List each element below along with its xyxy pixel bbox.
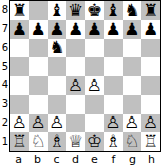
- square-c4[interactable]: [48, 76, 67, 95]
- square-g6[interactable]: [123, 39, 142, 58]
- piece-wp: ♙: [87, 77, 102, 94]
- piece-bp: ♟: [68, 21, 83, 38]
- square-f5[interactable]: [104, 57, 123, 76]
- square-f6[interactable]: [104, 39, 123, 58]
- square-f1[interactable]: ♗: [104, 132, 123, 151]
- file-label-a: a: [9, 151, 28, 167]
- piece-bb: ♝: [106, 2, 121, 19]
- file-label-e: e: [85, 151, 104, 167]
- square-h1[interactable]: ♖: [141, 132, 160, 151]
- square-a3[interactable]: [10, 95, 29, 114]
- square-h3[interactable]: [141, 95, 160, 114]
- rank-labels: 87654321: [0, 1, 9, 151]
- square-a1[interactable]: ♖: [10, 132, 29, 151]
- piece-wp: ♙: [106, 114, 121, 131]
- piece-bk: ♚: [87, 2, 102, 19]
- rank-label-2: 2: [0, 114, 9, 133]
- square-a2[interactable]: ♙: [10, 114, 29, 133]
- square-g3[interactable]: [123, 95, 142, 114]
- file-labels: abcdefgh: [9, 151, 161, 167]
- piece-bn: ♞: [49, 39, 64, 56]
- square-f8[interactable]: ♝: [104, 1, 123, 20]
- square-g7[interactable]: ♟: [123, 20, 142, 39]
- square-a6[interactable]: [10, 39, 29, 58]
- square-b5[interactable]: [29, 57, 48, 76]
- piece-bp: ♟: [31, 21, 46, 38]
- square-b3[interactable]: [29, 95, 48, 114]
- square-g4[interactable]: [123, 76, 142, 95]
- piece-wn: ♘: [124, 133, 139, 150]
- rank-label-5: 5: [0, 57, 9, 76]
- square-h6[interactable]: [141, 39, 160, 58]
- square-c3[interactable]: [48, 95, 67, 114]
- chess-diagram: 87654321 ♜♝♛♚♝♞♜♟♟♟♟♟♟♟♟♞♙♙♙♙♙♙♙♙♖♘♗♕♔♗♘…: [0, 0, 162, 167]
- square-b1[interactable]: ♘: [29, 132, 48, 151]
- square-d4[interactable]: ♙: [66, 76, 85, 95]
- piece-bp: ♟: [49, 21, 64, 38]
- square-d3[interactable]: [66, 95, 85, 114]
- square-e8[interactable]: ♚: [85, 1, 104, 20]
- square-a8[interactable]: ♜: [10, 1, 29, 20]
- square-c7[interactable]: ♟: [48, 20, 67, 39]
- square-g1[interactable]: ♘: [123, 132, 142, 151]
- square-d7[interactable]: ♟: [66, 20, 85, 39]
- piece-wp: ♙: [124, 114, 139, 131]
- piece-wr: ♖: [12, 133, 27, 150]
- square-b7[interactable]: ♟: [29, 20, 48, 39]
- piece-wq: ♕: [68, 133, 83, 150]
- square-h7[interactable]: ♟: [141, 20, 160, 39]
- square-c5[interactable]: [48, 57, 67, 76]
- square-a7[interactable]: ♟: [10, 20, 29, 39]
- square-a4[interactable]: [10, 76, 29, 95]
- square-e6[interactable]: [85, 39, 104, 58]
- rank-label-3: 3: [0, 95, 9, 114]
- square-f7[interactable]: ♟: [104, 20, 123, 39]
- square-e1[interactable]: ♔: [85, 132, 104, 151]
- piece-bp: ♟: [124, 21, 139, 38]
- square-a5[interactable]: [10, 57, 29, 76]
- square-e7[interactable]: ♟: [85, 20, 104, 39]
- rank-label-6: 6: [0, 39, 9, 58]
- square-b2[interactable]: ♙: [29, 114, 48, 133]
- square-g2[interactable]: ♙: [123, 114, 142, 133]
- square-b6[interactable]: [29, 39, 48, 58]
- square-d2[interactable]: [66, 114, 85, 133]
- square-h5[interactable]: [141, 57, 160, 76]
- square-d8[interactable]: ♛: [66, 1, 85, 20]
- file-label-g: g: [123, 151, 142, 167]
- rank-label-1: 1: [0, 132, 9, 151]
- rank-label-7: 7: [0, 20, 9, 39]
- square-e5[interactable]: [85, 57, 104, 76]
- square-g8[interactable]: ♞: [123, 1, 142, 20]
- square-f3[interactable]: [104, 95, 123, 114]
- piece-wp: ♙: [68, 77, 83, 94]
- square-c2[interactable]: ♙: [48, 114, 67, 133]
- file-label-h: h: [142, 151, 161, 167]
- square-b8[interactable]: [29, 1, 48, 20]
- square-f4[interactable]: [104, 76, 123, 95]
- square-e4[interactable]: ♙: [85, 76, 104, 95]
- square-c6[interactable]: ♞: [48, 39, 67, 58]
- piece-bp: ♟: [143, 21, 158, 38]
- piece-bp: ♟: [87, 21, 102, 38]
- file-label-b: b: [28, 151, 47, 167]
- square-e2[interactable]: [85, 114, 104, 133]
- piece-bq: ♛: [68, 2, 83, 19]
- square-b4[interactable]: [29, 76, 48, 95]
- file-label-d: d: [66, 151, 85, 167]
- piece-wb: ♗: [49, 133, 64, 150]
- square-c8[interactable]: ♝: [48, 1, 67, 20]
- piece-wp: ♙: [12, 114, 27, 131]
- square-d6[interactable]: [66, 39, 85, 58]
- piece-wp: ♙: [49, 114, 64, 131]
- piece-bp: ♟: [106, 21, 121, 38]
- square-d1[interactable]: ♕: [66, 132, 85, 151]
- chess-board: ♜♝♛♚♝♞♜♟♟♟♟♟♟♟♟♞♙♙♙♙♙♙♙♙♖♘♗♕♔♗♘♖: [9, 0, 161, 152]
- piece-br: ♜: [12, 2, 27, 19]
- piece-bp: ♟: [12, 21, 27, 38]
- file-label-f: f: [104, 151, 123, 167]
- square-h4[interactable]: [141, 76, 160, 95]
- piece-wb: ♗: [106, 133, 121, 150]
- square-c1[interactable]: ♗: [48, 132, 67, 151]
- piece-wn: ♘: [31, 133, 46, 150]
- piece-br: ♜: [143, 2, 158, 19]
- piece-bb: ♝: [49, 2, 64, 19]
- rank-label-4: 4: [0, 76, 9, 95]
- square-h2[interactable]: ♙: [141, 114, 160, 133]
- piece-wp: ♙: [31, 114, 46, 131]
- piece-bn: ♞: [124, 2, 139, 19]
- rank-label-8: 8: [0, 1, 9, 20]
- square-h8[interactable]: ♜: [141, 1, 160, 20]
- piece-wk: ♔: [87, 133, 102, 150]
- square-f2[interactable]: ♙: [104, 114, 123, 133]
- square-g5[interactable]: [123, 57, 142, 76]
- file-label-c: c: [47, 151, 66, 167]
- square-e3[interactable]: [85, 95, 104, 114]
- piece-wp: ♙: [143, 114, 158, 131]
- piece-wr: ♖: [143, 133, 158, 150]
- square-d5[interactable]: [66, 57, 85, 76]
